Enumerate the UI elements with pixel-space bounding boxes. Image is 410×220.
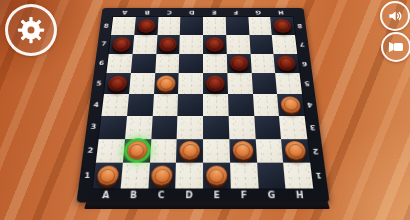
- coordinate-label: 7: [101, 41, 107, 47]
- square-b8[interactable]: [134, 17, 158, 35]
- square-h2[interactable]: [281, 139, 310, 163]
- coordinate-label: B: [144, 10, 150, 15]
- square-h6[interactable]: [274, 54, 300, 74]
- coordinate-label: D: [189, 10, 195, 15]
- piece-light[interactable]: [96, 166, 119, 186]
- square-f5[interactable]: [227, 73, 252, 94]
- square-c5[interactable]: [154, 73, 179, 94]
- piece-light[interactable]: [285, 141, 307, 160]
- piece-dark[interactable]: [229, 56, 248, 71]
- coordinate-label: 7: [299, 41, 305, 47]
- square-h3[interactable]: [279, 116, 307, 139]
- coordinate-label: H: [296, 191, 304, 200]
- square-d1[interactable]: [175, 163, 203, 189]
- square-g8[interactable]: [248, 17, 272, 35]
- square-g3[interactable]: [254, 116, 281, 139]
- piece-light[interactable]: [206, 166, 227, 186]
- coordinate-label: 8: [103, 23, 108, 28]
- piece-dark[interactable]: [159, 37, 178, 51]
- square-h8[interactable]: [270, 17, 295, 35]
- square-a4[interactable]: [101, 94, 128, 116]
- square-c2[interactable]: [149, 139, 177, 163]
- square-h4[interactable]: [277, 94, 304, 116]
- coordinate-label: G: [267, 191, 275, 200]
- square-e3[interactable]: [203, 116, 229, 139]
- square-c3[interactable]: [151, 116, 178, 139]
- coordinate-label: 5: [96, 80, 102, 86]
- square-h1[interactable]: [283, 163, 313, 189]
- coordinate-label: 1: [315, 172, 322, 180]
- coordinate-label: E: [214, 191, 220, 200]
- square-d7[interactable]: [179, 35, 203, 54]
- square-e7[interactable]: [203, 35, 227, 54]
- camera-button[interactable]: [381, 32, 410, 62]
- square-f4[interactable]: [228, 94, 254, 116]
- square-a2[interactable]: [96, 139, 125, 163]
- coordinate-label: H: [278, 10, 284, 15]
- square-f1[interactable]: [230, 163, 258, 189]
- square-b6[interactable]: [131, 54, 156, 74]
- checkers-board: HGFEDCBA ABCDEFGH 87654321 12345678: [76, 8, 329, 203]
- square-c8[interactable]: [157, 17, 181, 35]
- square-e6[interactable]: [203, 54, 227, 74]
- square-e1[interactable]: [203, 163, 231, 189]
- square-g4[interactable]: [253, 94, 280, 116]
- coordinate-label: F: [241, 191, 248, 200]
- coordinate-label: D: [185, 191, 193, 200]
- piece-light[interactable]: [179, 141, 200, 160]
- square-a7[interactable]: [109, 35, 134, 54]
- coordinate-label: A: [102, 191, 110, 200]
- coordinate-label: 3: [90, 124, 96, 131]
- gear-icon: [16, 15, 46, 45]
- square-a3[interactable]: [99, 116, 127, 139]
- piece-light[interactable]: [280, 96, 301, 113]
- square-g7[interactable]: [249, 35, 274, 54]
- settings-button[interactable]: [5, 4, 57, 56]
- file-labels-bottom: ABCDEFGH: [91, 188, 315, 202]
- coordinate-label: B: [130, 191, 137, 200]
- square-e4[interactable]: [203, 94, 228, 116]
- coordinate-label: 5: [304, 80, 310, 86]
- coordinate-label: 6: [302, 60, 308, 66]
- coordinate-label: F: [234, 10, 239, 15]
- square-b7[interactable]: [132, 35, 157, 54]
- square-c7[interactable]: [156, 35, 180, 54]
- coordinate-label: 4: [93, 101, 99, 108]
- square-h5[interactable]: [275, 73, 302, 94]
- coordinate-label: E: [212, 10, 217, 15]
- piece-light-selected[interactable]: [126, 141, 148, 160]
- piece-dark[interactable]: [273, 19, 292, 33]
- square-d5[interactable]: [178, 73, 203, 94]
- square-d6[interactable]: [179, 54, 203, 74]
- square-a6[interactable]: [106, 54, 132, 74]
- square-f3[interactable]: [228, 116, 255, 139]
- square-d3[interactable]: [177, 116, 203, 139]
- sound-button[interactable]: [380, 1, 410, 31]
- board-grid: [93, 17, 313, 189]
- coordinate-label: 1: [84, 172, 91, 180]
- piece-dark[interactable]: [112, 37, 131, 51]
- piece-light[interactable]: [157, 76, 176, 92]
- speaker-icon: [387, 8, 403, 24]
- square-a1[interactable]: [93, 163, 123, 189]
- piece-light[interactable]: [232, 141, 253, 160]
- coordinate-label: G: [255, 10, 261, 15]
- coordinate-label: 3: [310, 124, 316, 131]
- square-b4[interactable]: [127, 94, 154, 116]
- square-h7[interactable]: [272, 35, 297, 54]
- piece-dark[interactable]: [277, 56, 297, 71]
- coordinate-label: 4: [307, 101, 313, 108]
- coordinate-label: C: [158, 191, 165, 200]
- coordinate-label: 8: [297, 23, 302, 28]
- square-f6[interactable]: [227, 54, 252, 74]
- coordinate-label: A: [122, 10, 128, 15]
- file-labels-top: HGFEDCBA: [113, 9, 293, 17]
- square-g6[interactable]: [250, 54, 275, 74]
- square-d4[interactable]: [178, 94, 203, 116]
- square-d2[interactable]: [176, 139, 203, 163]
- coordinate-label: 6: [98, 60, 104, 66]
- piece-dark[interactable]: [137, 19, 155, 33]
- square-g5[interactable]: [251, 73, 277, 94]
- square-b3[interactable]: [125, 116, 152, 139]
- coordinate-label: C: [167, 10, 172, 15]
- square-e5[interactable]: [203, 73, 228, 94]
- piece-dark[interactable]: [206, 76, 225, 92]
- square-g2[interactable]: [255, 139, 283, 163]
- square-e8[interactable]: [203, 17, 226, 35]
- square-g1[interactable]: [257, 163, 286, 189]
- piece-dark[interactable]: [107, 76, 127, 92]
- square-a5[interactable]: [104, 73, 131, 94]
- video-camera-icon: [388, 39, 404, 55]
- square-f8[interactable]: [225, 17, 249, 35]
- square-b1[interactable]: [120, 163, 149, 189]
- coordinate-label: 2: [87, 147, 94, 154]
- square-c4[interactable]: [152, 94, 178, 116]
- game-scene: HGFEDCBA ABCDEFGH 87654321 12345678: [0, 0, 410, 220]
- square-c1[interactable]: [148, 163, 176, 189]
- square-f7[interactable]: [226, 35, 250, 54]
- square-d8[interactable]: [180, 17, 203, 35]
- square-b5[interactable]: [129, 73, 155, 94]
- piece-dark[interactable]: [206, 37, 224, 51]
- square-a8[interactable]: [111, 17, 136, 35]
- square-b2[interactable]: [123, 139, 151, 163]
- square-f2[interactable]: [229, 139, 257, 163]
- coordinate-label: 2: [312, 147, 319, 154]
- square-c6[interactable]: [155, 54, 180, 74]
- square-e2[interactable]: [203, 139, 230, 163]
- piece-light[interactable]: [151, 166, 173, 186]
